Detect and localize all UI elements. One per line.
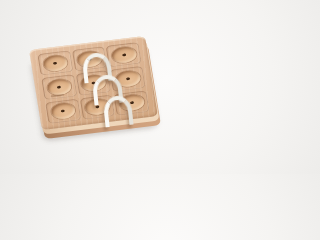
dish-center-hole [57,86,61,89]
dish-center-hole [53,62,57,65]
cell-r3c1-dish[interactable] [45,98,81,123]
product-photo-scene [0,0,174,174]
cell-r1c3-dish[interactable] [106,42,142,67]
treat-dish [111,45,138,64]
dish-center-hole [122,53,126,56]
treat-dish [50,102,77,121]
treat-dish [42,54,69,73]
dish-center-hole [126,77,130,80]
dish-center-hole [61,110,65,113]
cell-r2c1-dish[interactable] [41,74,77,99]
cell-r1c1-dish[interactable] [37,50,73,75]
dish-center-hole [95,106,99,109]
